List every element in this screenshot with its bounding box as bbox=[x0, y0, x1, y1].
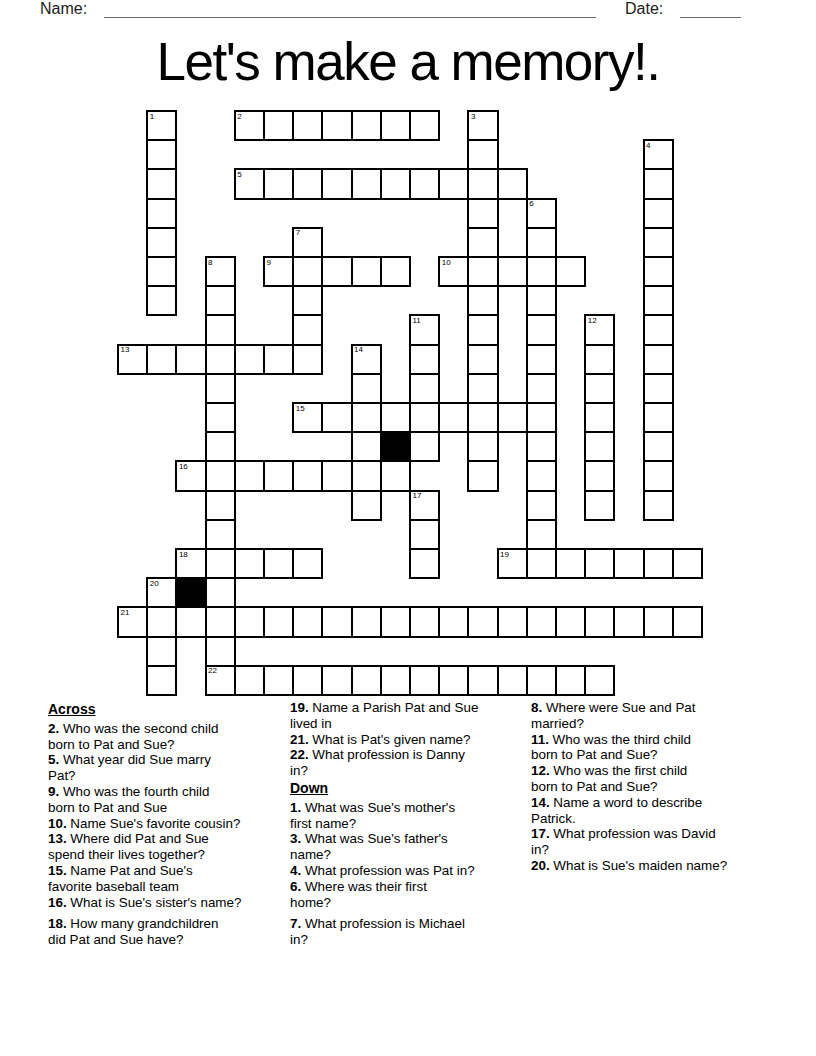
grid-cell[interactable] bbox=[263, 460, 294, 491]
grid-cell[interactable] bbox=[526, 402, 557, 433]
cell-number-22: 22 bbox=[208, 667, 217, 675]
grid-cell[interactable] bbox=[584, 548, 615, 579]
grid-cell[interactable] bbox=[234, 460, 265, 491]
clue-20-line-1: 20. What is Sue's maiden name? bbox=[531, 858, 769, 874]
cell-number-14: 14 bbox=[354, 346, 363, 354]
clue-7-line-2: in? bbox=[290, 932, 528, 948]
clue-3: 3. What was Sue's father'sname? bbox=[290, 831, 528, 863]
clue-15-line-1: 15. Name Pat and Sue's bbox=[48, 863, 286, 879]
clue-13-number: 13. bbox=[48, 831, 67, 846]
grid-cell[interactable] bbox=[584, 373, 615, 404]
grid-cell[interactable] bbox=[497, 256, 528, 287]
clue-4-number: 4. bbox=[290, 863, 301, 878]
grid-cell[interactable] bbox=[351, 402, 382, 433]
clue-11-line-1: 11. Who was the third child bbox=[531, 732, 769, 748]
grid-cell[interactable] bbox=[351, 373, 382, 404]
grid-cell[interactable] bbox=[643, 460, 674, 491]
grid-cell[interactable] bbox=[409, 373, 440, 404]
grid-cell[interactable] bbox=[234, 548, 265, 579]
grid-cell[interactable] bbox=[643, 548, 674, 579]
cell-number-16: 16 bbox=[179, 463, 188, 471]
grid-cell[interactable] bbox=[234, 606, 265, 637]
grid-cell[interactable] bbox=[555, 606, 586, 637]
grid-cell[interactable] bbox=[467, 665, 498, 696]
grid-cell[interactable] bbox=[205, 577, 236, 608]
cell-number-19: 19 bbox=[500, 551, 509, 559]
grid-cell[interactable] bbox=[467, 314, 498, 345]
grid-cell[interactable] bbox=[205, 314, 236, 345]
grid-cell[interactable] bbox=[467, 198, 498, 229]
clue-18-line-2: did Pat and Sue have? bbox=[48, 932, 286, 948]
grid-cell[interactable] bbox=[380, 168, 411, 199]
clue-22-line-1: 22. What profession is Danny bbox=[290, 747, 528, 763]
grid-cell[interactable] bbox=[467, 402, 498, 433]
clue-19-number: 19. bbox=[290, 700, 309, 715]
grid-cell[interactable] bbox=[380, 460, 411, 491]
clue-1: 1. What was Sue's mother'sfirst name? bbox=[290, 800, 528, 832]
date-write-line[interactable] bbox=[680, 1, 741, 18]
clue-11: 11. Who was the third childborn to Pat a… bbox=[531, 732, 769, 764]
name-label: Name: bbox=[40, 0, 87, 18]
cell-number-4: 4 bbox=[646, 142, 650, 150]
clue-16-line-1: 16. What is Sue's sister's name? bbox=[48, 895, 286, 911]
clue-11-line-2: born to Pat and Sue? bbox=[531, 747, 769, 763]
date-label: Date: bbox=[625, 0, 663, 18]
grid-cell[interactable] bbox=[409, 665, 440, 696]
grid-cell[interactable] bbox=[467, 256, 498, 287]
grid-cell[interactable] bbox=[526, 373, 557, 404]
clue-2-line-2: born to Pat and Sue? bbox=[48, 737, 286, 753]
grid-cell[interactable] bbox=[526, 548, 557, 579]
grid-cell[interactable] bbox=[292, 285, 323, 316]
cell-number-10: 10 bbox=[442, 259, 451, 267]
grid-cell[interactable] bbox=[234, 344, 265, 375]
grid-cell[interactable] bbox=[205, 636, 236, 667]
grid-cell[interactable] bbox=[467, 344, 498, 375]
grid-cell[interactable] bbox=[409, 431, 440, 462]
grid-cell[interactable] bbox=[146, 198, 177, 229]
clue-6: 6. Where was their firsthome? bbox=[290, 879, 528, 911]
grid-cell[interactable] bbox=[467, 373, 498, 404]
grid-cell[interactable] bbox=[643, 314, 674, 345]
cell-number-7: 7 bbox=[296, 229, 300, 237]
grid-cell[interactable] bbox=[497, 606, 528, 637]
grid-cell[interactable] bbox=[380, 606, 411, 637]
clue-6-line-1: 6. Where was their first bbox=[290, 879, 528, 895]
grid-cell[interactable] bbox=[205, 460, 236, 491]
grid-cell[interactable] bbox=[467, 431, 498, 462]
clue-7-number: 7. bbox=[290, 916, 301, 931]
grid-cell[interactable] bbox=[263, 344, 294, 375]
clue-3-number: 3. bbox=[290, 831, 301, 846]
clue-5-line-1: 5. What year did Sue marry bbox=[48, 752, 286, 768]
grid-cell[interactable] bbox=[555, 665, 586, 696]
cell-number-8: 8 bbox=[208, 259, 212, 267]
grid-cell[interactable] bbox=[613, 548, 644, 579]
grid-cell[interactable] bbox=[351, 256, 382, 287]
grid-cell[interactable] bbox=[292, 460, 323, 491]
clue-4-line-1: 4. What profession was Pat in? bbox=[290, 863, 528, 879]
clue-16-number: 16. bbox=[48, 895, 67, 910]
grid-cell[interactable] bbox=[526, 431, 557, 462]
grid-cell[interactable] bbox=[438, 665, 469, 696]
grid-cell[interactable] bbox=[321, 606, 352, 637]
grid-cell[interactable] bbox=[380, 110, 411, 141]
grid-cell[interactable] bbox=[263, 665, 294, 696]
grid-cell[interactable] bbox=[584, 606, 615, 637]
name-write-line[interactable] bbox=[104, 1, 596, 18]
clue-5: 5. What year did Sue marryPat? bbox=[48, 752, 286, 784]
grid-cell[interactable] bbox=[409, 344, 440, 375]
grid-cell[interactable] bbox=[292, 168, 323, 199]
grid-cell[interactable] bbox=[438, 402, 469, 433]
grid-cell[interactable] bbox=[438, 168, 469, 199]
grid-cell[interactable] bbox=[263, 606, 294, 637]
grid-cell[interactable] bbox=[526, 519, 557, 550]
cell-number-15: 15 bbox=[296, 405, 305, 413]
grid-cell[interactable] bbox=[351, 606, 382, 637]
grid-cell[interactable] bbox=[146, 636, 177, 667]
grid-cell[interactable] bbox=[292, 665, 323, 696]
black-cell bbox=[380, 431, 411, 462]
grid-cell[interactable] bbox=[146, 665, 177, 696]
clue-14-line-2: Patrick. bbox=[531, 811, 769, 827]
clue-17-line-2: in? bbox=[531, 842, 769, 858]
clue-3-line-2: name? bbox=[290, 847, 528, 863]
clue-column-3: 8. Where were Sue and Patmarried?11. Who… bbox=[531, 700, 769, 874]
grid-cell[interactable] bbox=[584, 665, 615, 696]
grid-cell[interactable] bbox=[205, 548, 236, 579]
clue-14-number: 14. bbox=[531, 795, 550, 810]
grid-cell[interactable] bbox=[555, 548, 586, 579]
clue-9-number: 9. bbox=[48, 784, 59, 799]
grid-cell[interactable] bbox=[146, 139, 177, 170]
grid-cell[interactable] bbox=[672, 606, 703, 637]
grid-cell[interactable] bbox=[526, 606, 557, 637]
grid-cell[interactable] bbox=[321, 460, 352, 491]
grid-cell[interactable] bbox=[584, 490, 615, 521]
clue-5-line-2: Pat? bbox=[48, 768, 286, 784]
grid-cell[interactable] bbox=[584, 344, 615, 375]
clue-9-line-1: 9. Who was the fourth child bbox=[48, 784, 286, 800]
grid-cell[interactable] bbox=[438, 606, 469, 637]
grid-cell[interactable] bbox=[351, 665, 382, 696]
grid-cell[interactable] bbox=[351, 490, 382, 521]
grid-cell[interactable] bbox=[351, 110, 382, 141]
grid-cell[interactable] bbox=[526, 285, 557, 316]
clue-13-line-2: spend their lives together? bbox=[48, 847, 286, 863]
grid-cell[interactable] bbox=[146, 344, 177, 375]
cell-number-13: 13 bbox=[121, 346, 130, 354]
grid-cell[interactable] bbox=[205, 519, 236, 550]
grid-cell[interactable] bbox=[643, 373, 674, 404]
clue-14: 14. Name a word to describePatrick. bbox=[531, 795, 769, 827]
grid-cell[interactable] bbox=[409, 402, 440, 433]
clue-21-number: 21. bbox=[290, 732, 309, 747]
grid-cell[interactable] bbox=[205, 285, 236, 316]
grid-cell[interactable] bbox=[526, 314, 557, 345]
grid-cell[interactable] bbox=[467, 139, 498, 170]
cell-number-20: 20 bbox=[150, 580, 159, 588]
clue-8-line-1: 8. Where were Sue and Pat bbox=[531, 700, 769, 716]
clue-15-number: 15. bbox=[48, 863, 67, 878]
grid-cell[interactable] bbox=[380, 256, 411, 287]
clue-10-number: 10. bbox=[48, 816, 67, 831]
clue-11-number: 11. bbox=[531, 732, 549, 747]
grid-cell[interactable] bbox=[380, 402, 411, 433]
grid-cell[interactable] bbox=[380, 665, 411, 696]
grid-cell[interactable] bbox=[321, 665, 352, 696]
clue-1-line-2: first name? bbox=[290, 816, 528, 832]
grid-cell[interactable] bbox=[205, 431, 236, 462]
cell-number-21: 21 bbox=[121, 609, 130, 617]
grid-cell[interactable] bbox=[409, 606, 440, 637]
cell-number-17: 17 bbox=[413, 492, 422, 500]
clue-16: 16. What is Sue's sister's name? bbox=[48, 895, 286, 911]
clue-10-line-1: 10. Name Sue's favorite cousin? bbox=[48, 816, 286, 832]
clue-22-line-2: in? bbox=[290, 763, 528, 779]
grid-cell[interactable] bbox=[409, 168, 440, 199]
grid-cell[interactable] bbox=[205, 606, 236, 637]
grid-cell[interactable] bbox=[263, 110, 294, 141]
clue-4: 4. What profession was Pat in? bbox=[290, 863, 528, 879]
grid-cell[interactable] bbox=[351, 168, 382, 199]
grid-cell[interactable] bbox=[292, 110, 323, 141]
clue-17: 17. What profession was Davidin? bbox=[531, 826, 769, 858]
clue-13: 13. Where did Pat and Suespend their liv… bbox=[48, 831, 286, 863]
grid-cell[interactable] bbox=[497, 665, 528, 696]
grid-cell[interactable] bbox=[205, 344, 236, 375]
grid-cell[interactable] bbox=[643, 285, 674, 316]
grid-cell[interactable] bbox=[292, 256, 323, 287]
clue-7-line-1: 7. What profession is Michael bbox=[290, 916, 528, 932]
clue-21: 21. What is Pat's given name? bbox=[290, 732, 528, 748]
grid-cell[interactable] bbox=[292, 314, 323, 345]
grid-cell[interactable] bbox=[292, 548, 323, 579]
clue-12-line-2: born to Pat and Sue? bbox=[531, 779, 769, 795]
grid-cell[interactable] bbox=[643, 227, 674, 258]
clue-10: 10. Name Sue's favorite cousin? bbox=[48, 816, 286, 832]
clue-22: 22. What profession is Dannyin? bbox=[290, 747, 528, 779]
grid-cell[interactable] bbox=[351, 431, 382, 462]
clue-19-line-1: 19. Name a Parish Pat and Sue bbox=[290, 700, 528, 716]
cell-number-9: 9 bbox=[267, 259, 271, 267]
grid-cell[interactable] bbox=[321, 256, 352, 287]
grid-cell[interactable] bbox=[409, 548, 440, 579]
clue-2-number: 2. bbox=[48, 721, 59, 736]
grid-cell[interactable] bbox=[526, 490, 557, 521]
grid-cell[interactable] bbox=[263, 168, 294, 199]
grid-cell[interactable] bbox=[555, 256, 586, 287]
clue-17-number: 17. bbox=[531, 826, 550, 841]
clue-5-number: 5. bbox=[48, 752, 59, 767]
clue-2-line-1: 2. Who was the second child bbox=[48, 721, 286, 737]
clue-15-line-2: favorite baseball team bbox=[48, 879, 286, 895]
grid-cell[interactable] bbox=[643, 256, 674, 287]
clue-9-line-2: born to Pat and Sue bbox=[48, 800, 286, 816]
clue-22-number: 22. bbox=[290, 747, 309, 762]
cell-number-3: 3 bbox=[471, 113, 475, 121]
clue-1-line-1: 1. What was Sue's mother's bbox=[290, 800, 528, 816]
clue-column-2: 19. Name a Parish Pat and Suelived in21.… bbox=[290, 700, 528, 948]
cell-number-11: 11 bbox=[413, 317, 421, 325]
cell-number-1: 1 bbox=[150, 113, 154, 121]
grid-cell[interactable] bbox=[205, 490, 236, 521]
clue-6-number: 6. bbox=[290, 879, 301, 894]
clue-20-number: 20. bbox=[531, 858, 550, 873]
clue-19-line-2: lived in bbox=[290, 716, 528, 732]
page-title: Let's make a memory!. bbox=[0, 31, 816, 92]
clue-20: 20. What is Sue's maiden name? bbox=[531, 858, 769, 874]
grid-cell[interactable] bbox=[146, 227, 177, 258]
grid-cell[interactable] bbox=[584, 460, 615, 491]
clue-6-line-2: home? bbox=[290, 895, 528, 911]
clue-column-1: Across2. Who was the second childborn to… bbox=[48, 700, 286, 948]
clue-1-number: 1. bbox=[290, 800, 301, 815]
grid-cell[interactable] bbox=[643, 344, 674, 375]
black-cell bbox=[175, 577, 206, 608]
grid-cell[interactable] bbox=[467, 227, 498, 258]
clues-down-header: Down bbox=[290, 781, 528, 797]
grid-cell[interactable] bbox=[175, 606, 206, 637]
grid-cell[interactable] bbox=[526, 256, 557, 287]
grid-cell[interactable] bbox=[643, 402, 674, 433]
grid-cell[interactable] bbox=[526, 460, 557, 491]
grid-cell[interactable] bbox=[263, 548, 294, 579]
clue-8: 8. Where were Sue and Patmarried? bbox=[531, 700, 769, 732]
clue-8-line-2: married? bbox=[531, 716, 769, 732]
clue-12-line-1: 12. Who was the first child bbox=[531, 763, 769, 779]
cell-number-12: 12 bbox=[588, 317, 597, 325]
cell-number-5: 5 bbox=[237, 171, 241, 179]
clue-12-number: 12. bbox=[531, 763, 550, 778]
clue-17-line-1: 17. What profession was David bbox=[531, 826, 769, 842]
grid-cell[interactable] bbox=[292, 606, 323, 637]
grid-cell[interactable] bbox=[409, 519, 440, 550]
clue-19: 19. Name a Parish Pat and Suelived in bbox=[290, 700, 528, 732]
grid-cell[interactable] bbox=[526, 344, 557, 375]
grid-cell[interactable] bbox=[526, 227, 557, 258]
grid-cell[interactable] bbox=[467, 168, 498, 199]
clue-8-number: 8. bbox=[531, 700, 542, 715]
clue-21-line-1: 21. What is Pat's given name? bbox=[290, 732, 528, 748]
grid-cell[interactable] bbox=[643, 490, 674, 521]
grid-cell[interactable] bbox=[409, 110, 440, 141]
grid-cell[interactable] bbox=[321, 110, 352, 141]
cell-number-2: 2 bbox=[237, 113, 241, 121]
grid-cell[interactable] bbox=[467, 606, 498, 637]
crossword-worksheet: Name: Date: Let's make a memory!. 123456… bbox=[0, 0, 816, 1056]
clue-14-line-1: 14. Name a word to describe bbox=[531, 795, 769, 811]
grid-cell[interactable] bbox=[643, 606, 674, 637]
grid-cell[interactable] bbox=[672, 548, 703, 579]
grid-cell[interactable] bbox=[584, 402, 615, 433]
grid-cell[interactable] bbox=[321, 402, 352, 433]
clue-9: 9. Who was the fourth childborn to Pat a… bbox=[48, 784, 286, 816]
clue-18-line-1: 18. How many grandchildren bbox=[48, 916, 286, 932]
grid-cell[interactable] bbox=[146, 168, 177, 199]
grid-cell[interactable] bbox=[205, 373, 236, 404]
cell-number-18: 18 bbox=[179, 551, 188, 559]
clue-3-line-1: 3. What was Sue's father's bbox=[290, 831, 528, 847]
grid-cell[interactable] bbox=[467, 460, 498, 491]
clue-12: 12. Who was the first childborn to Pat a… bbox=[531, 763, 769, 795]
clue-18: 18. How many grandchildrendid Pat and Su… bbox=[48, 916, 286, 948]
grid-cell[interactable] bbox=[146, 285, 177, 316]
clue-15: 15. Name Pat and Sue'sfavorite baseball … bbox=[48, 863, 286, 895]
grid-cell[interactable] bbox=[175, 344, 206, 375]
grid-cell[interactable] bbox=[643, 431, 674, 462]
crossword-grid: 12345678910111213141516171819202122 bbox=[117, 110, 703, 696]
grid-cell[interactable] bbox=[321, 168, 352, 199]
grid-cell[interactable] bbox=[146, 256, 177, 287]
clue-2: 2. Who was the second childborn to Pat a… bbox=[48, 721, 286, 753]
grid-cell[interactable] bbox=[643, 198, 674, 229]
grid-cell[interactable] bbox=[205, 402, 236, 433]
grid-cell[interactable] bbox=[584, 431, 615, 462]
grid-cell[interactable] bbox=[467, 285, 498, 316]
grid-cell[interactable] bbox=[613, 606, 644, 637]
clue-18-number: 18. bbox=[48, 916, 67, 931]
grid-cell[interactable] bbox=[497, 402, 528, 433]
grid-cell[interactable] bbox=[292, 344, 323, 375]
grid-cell[interactable] bbox=[643, 168, 674, 199]
clue-13-line-1: 13. Where did Pat and Sue bbox=[48, 831, 286, 847]
grid-cell[interactable] bbox=[146, 606, 177, 637]
cell-number-6: 6 bbox=[529, 200, 533, 208]
grid-cell[interactable] bbox=[497, 168, 528, 199]
grid-cell[interactable] bbox=[526, 665, 557, 696]
grid-cell[interactable] bbox=[234, 665, 265, 696]
clue-7: 7. What profession is Michaelin? bbox=[290, 916, 528, 948]
clues-across-header: Across bbox=[48, 702, 286, 718]
grid-cell[interactable] bbox=[351, 460, 382, 491]
